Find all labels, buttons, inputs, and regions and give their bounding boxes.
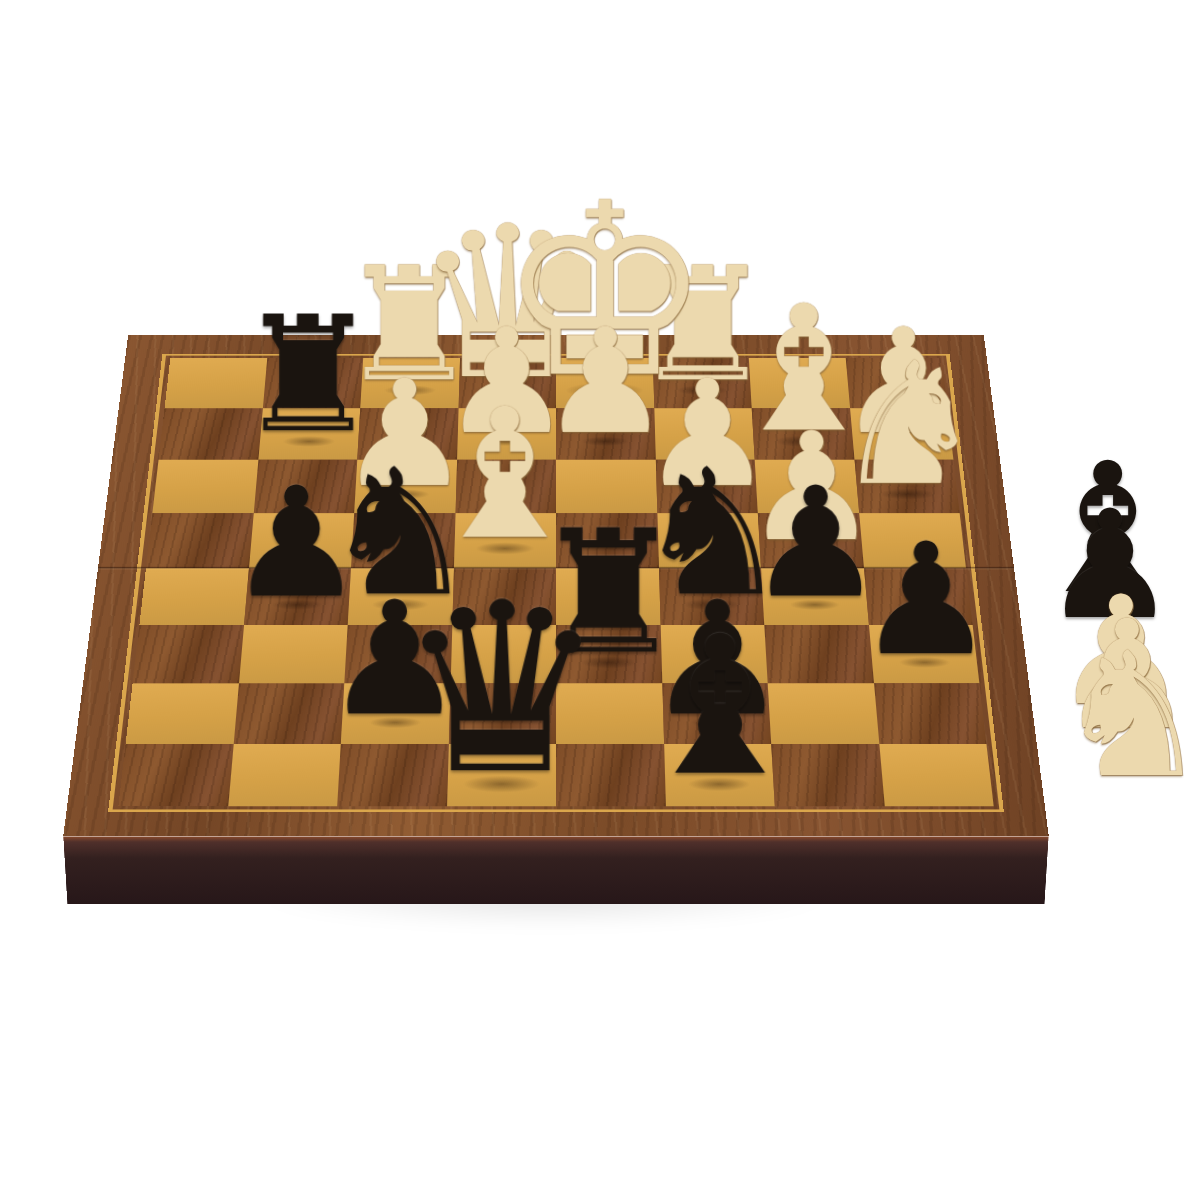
square-f1[interactable]: ♝: [664, 744, 775, 807]
square-h1[interactable]: [879, 744, 994, 807]
board-front-edge: [63, 836, 1049, 904]
square-h2[interactable]: [874, 683, 987, 744]
board-border-line: ♜♛♚♜♜♟♟♝♟♟♟♞♝♟♟♞♞♟♜♟♟♟♛♝: [108, 354, 1004, 812]
piece-black-pawn-h3[interactable]: ♟: [857, 522, 996, 677]
square-a1[interactable]: [118, 744, 233, 807]
chess-board: ♜♛♚♜♜♟♟♝♟♟♟♞♝♟♟♞♞♟♜♟♟♟♛♝: [63, 335, 1049, 836]
square-a2[interactable]: [126, 683, 239, 744]
board-grid: ♜♛♚♜♜♟♟♝♟♟♟♞♝♟♟♞♞♟♜♟♟♟♛♝: [118, 358, 993, 806]
piece-black-bishop-f1[interactable]: ♝: [634, 611, 806, 803]
chess-set-product-photo: { "game": "chess", "scene_type": "wooden…: [0, 0, 1200, 1200]
square-b1[interactable]: [228, 744, 341, 807]
square-h3[interactable]: ♟: [868, 625, 979, 684]
square-d1[interactable]: ♛: [447, 744, 556, 807]
chessboard-scene: ♜♛♚♜♜♟♟♝♟♟♟♞♝♟♟♞♞♟♜♟♟♟♛♝: [0, 0, 1200, 1200]
piece-black-queen-d1[interactable]: ♛: [396, 572, 607, 807]
square-a3[interactable]: [133, 625, 244, 684]
